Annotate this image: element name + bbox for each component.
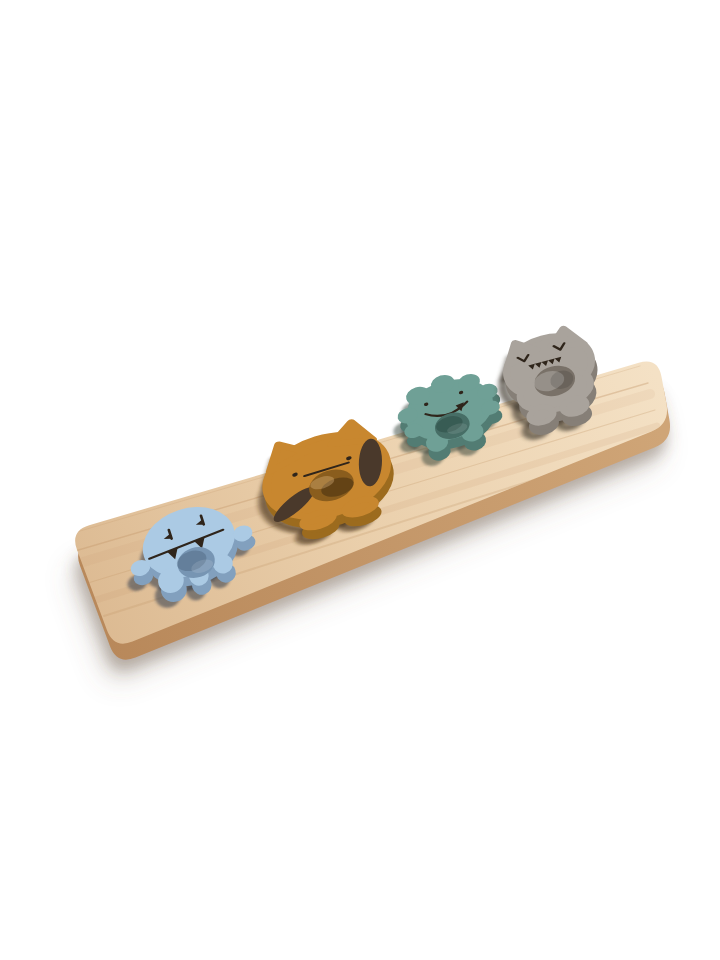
product-photo: Product photo of a wooden four-piece tod…	[0, 0, 720, 960]
puzzle-scene: Product photo of a wooden four-piece tod…	[0, 0, 720, 960]
